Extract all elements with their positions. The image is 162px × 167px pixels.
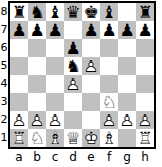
square-f2[interactable]: ♟♙ bbox=[100, 111, 118, 129]
square-e1[interactable]: ♚♔ bbox=[82, 129, 100, 147]
square-c5[interactable] bbox=[46, 57, 64, 75]
file-labels: abcdefgh bbox=[10, 150, 162, 164]
white-r-piece: ♖ bbox=[10, 129, 28, 147]
square-a7[interactable]: ♟ bbox=[10, 21, 28, 39]
square-g1[interactable] bbox=[118, 129, 136, 147]
white-r-piece: ♖ bbox=[136, 129, 154, 147]
white-b-piece-fill: ♝ bbox=[46, 129, 64, 147]
white-p-piece-fill: ♟ bbox=[28, 111, 46, 129]
square-e5[interactable]: ♟♙ bbox=[82, 57, 100, 75]
rank-label-1: 1 bbox=[0, 129, 8, 147]
square-g5[interactable] bbox=[118, 57, 136, 75]
square-g4[interactable] bbox=[118, 75, 136, 93]
white-q-piece-fill: ♛ bbox=[64, 129, 82, 147]
white-p-piece: ♙ bbox=[136, 111, 154, 129]
square-a1[interactable]: ♜♖ bbox=[10, 129, 28, 147]
square-h4[interactable] bbox=[136, 75, 154, 93]
square-b3[interactable] bbox=[28, 93, 46, 111]
square-d7[interactable] bbox=[64, 21, 82, 39]
square-b2[interactable]: ♟♙ bbox=[28, 111, 46, 129]
square-f4[interactable] bbox=[100, 75, 118, 93]
square-d6[interactable]: ♟ bbox=[64, 39, 82, 57]
black-p-piece: ♟ bbox=[118, 21, 136, 39]
file-label-b: b bbox=[28, 150, 46, 164]
rank-label-2: 2 bbox=[0, 111, 8, 129]
square-b4[interactable] bbox=[28, 75, 46, 93]
white-n-piece: ♘ bbox=[28, 129, 46, 147]
white-p-piece-fill: ♟ bbox=[46, 111, 64, 129]
white-p-piece: ♙ bbox=[46, 111, 64, 129]
square-d3[interactable] bbox=[64, 93, 82, 111]
square-g7[interactable]: ♟ bbox=[118, 21, 136, 39]
white-p-piece: ♙ bbox=[82, 57, 100, 75]
square-c2[interactable]: ♟♙ bbox=[46, 111, 64, 129]
black-r-piece: ♜ bbox=[10, 3, 28, 21]
square-e7[interactable]: ♟ bbox=[82, 21, 100, 39]
square-a6[interactable] bbox=[10, 39, 28, 57]
square-g6[interactable] bbox=[118, 39, 136, 57]
square-d8[interactable]: ♛ bbox=[64, 3, 82, 21]
rank-label-7: 7 bbox=[0, 21, 8, 39]
white-p-piece-fill: ♟ bbox=[136, 111, 154, 129]
white-b-piece: ♗ bbox=[46, 129, 64, 147]
square-c3[interactable] bbox=[46, 93, 64, 111]
white-p-piece: ♙ bbox=[28, 111, 46, 129]
square-h7[interactable]: ♟ bbox=[136, 21, 154, 39]
black-p-piece: ♟ bbox=[100, 21, 118, 39]
file-label-c: c bbox=[46, 150, 64, 164]
square-e2[interactable] bbox=[82, 111, 100, 129]
file-label-f: f bbox=[100, 150, 118, 164]
square-b8[interactable]: ♞ bbox=[28, 3, 46, 21]
square-c8[interactable]: ♝ bbox=[46, 3, 64, 21]
square-b1[interactable]: ♞♘ bbox=[28, 129, 46, 147]
black-p-piece: ♟ bbox=[82, 21, 100, 39]
black-k-piece: ♚ bbox=[82, 3, 100, 21]
file-label-e: e bbox=[82, 150, 100, 164]
white-p-piece: ♙ bbox=[118, 111, 136, 129]
black-b-piece: ♝ bbox=[46, 3, 64, 21]
black-p-piece: ♟ bbox=[46, 21, 64, 39]
square-d1[interactable]: ♛♕ bbox=[64, 129, 82, 147]
square-a2[interactable]: ♟♙ bbox=[10, 111, 28, 129]
black-q-piece: ♛ bbox=[64, 3, 82, 21]
square-e8[interactable]: ♚ bbox=[82, 3, 100, 21]
square-e4[interactable] bbox=[82, 75, 100, 93]
square-a5[interactable] bbox=[10, 57, 28, 75]
square-b6[interactable] bbox=[28, 39, 46, 57]
black-r-piece: ♜ bbox=[136, 3, 154, 21]
file-label-d: d bbox=[64, 150, 82, 164]
white-k-piece: ♔ bbox=[82, 129, 100, 147]
square-f3[interactable]: ♞♘ bbox=[100, 93, 118, 111]
rank-labels: 87654321 bbox=[0, 3, 8, 147]
square-h2[interactable]: ♟♙ bbox=[136, 111, 154, 129]
file-label-h: h bbox=[136, 150, 154, 164]
square-f6[interactable] bbox=[100, 39, 118, 57]
black-p-piece: ♟ bbox=[10, 21, 28, 39]
white-b-piece-fill: ♝ bbox=[100, 129, 118, 147]
black-p-piece: ♟ bbox=[136, 21, 154, 39]
square-f1[interactable]: ♝♗ bbox=[100, 129, 118, 147]
square-d5[interactable]: ♞ bbox=[64, 57, 82, 75]
rank-label-3: 3 bbox=[0, 93, 8, 111]
square-g8[interactable] bbox=[118, 3, 136, 21]
white-n-piece-fill: ♞ bbox=[100, 93, 118, 111]
white-p-piece-fill: ♟ bbox=[82, 57, 100, 75]
white-p-piece-fill: ♟ bbox=[64, 75, 82, 93]
square-f7[interactable]: ♟ bbox=[100, 21, 118, 39]
rank-label-5: 5 bbox=[0, 57, 8, 75]
white-p-piece-fill: ♟ bbox=[100, 111, 118, 129]
white-r-piece-fill: ♜ bbox=[10, 129, 28, 147]
chess-board: ♜♞♝♛♚♝♜♟♟♟♟♟♟♟♟♞♟♙♟♙♞♘♟♙♟♙♟♙♟♙♟♙♟♙♜♖♞♘♝♗… bbox=[8, 1, 156, 149]
square-b7[interactable]: ♟ bbox=[28, 21, 46, 39]
chess-diagram: 87654321 ♜♞♝♛♚♝♜♟♟♟♟♟♟♟♟♞♟♙♟♙♞♘♟♙♟♙♟♙♟♙♟… bbox=[0, 0, 162, 167]
square-f8[interactable]: ♝ bbox=[100, 3, 118, 21]
white-r-piece-fill: ♜ bbox=[136, 129, 154, 147]
file-label-a: a bbox=[10, 150, 28, 164]
black-p-piece: ♟ bbox=[64, 39, 82, 57]
black-n-piece: ♞ bbox=[28, 3, 46, 21]
square-a4[interactable] bbox=[10, 75, 28, 93]
square-h6[interactable] bbox=[136, 39, 154, 57]
black-n-piece: ♞ bbox=[64, 57, 82, 75]
square-d4[interactable]: ♟♙ bbox=[64, 75, 82, 93]
white-q-piece: ♕ bbox=[64, 129, 82, 147]
square-a3[interactable] bbox=[10, 93, 28, 111]
square-e6[interactable] bbox=[82, 39, 100, 57]
white-k-piece-fill: ♚ bbox=[82, 129, 100, 147]
white-p-piece-fill: ♟ bbox=[10, 111, 28, 129]
square-f5[interactable] bbox=[100, 57, 118, 75]
square-h3[interactable] bbox=[136, 93, 154, 111]
square-c6[interactable] bbox=[46, 39, 64, 57]
square-c4[interactable] bbox=[46, 75, 64, 93]
white-p-piece: ♙ bbox=[64, 75, 82, 93]
black-b-piece: ♝ bbox=[100, 3, 118, 21]
square-g2[interactable]: ♟♙ bbox=[118, 111, 136, 129]
square-a8[interactable]: ♜ bbox=[10, 3, 28, 21]
square-c1[interactable]: ♝♗ bbox=[46, 129, 64, 147]
rank-label-6: 6 bbox=[0, 39, 8, 57]
white-b-piece: ♗ bbox=[100, 129, 118, 147]
square-g3[interactable] bbox=[118, 93, 136, 111]
square-h8[interactable]: ♜ bbox=[136, 3, 154, 21]
white-p-piece: ♙ bbox=[10, 111, 28, 129]
black-p-piece: ♟ bbox=[28, 21, 46, 39]
rank-label-4: 4 bbox=[0, 75, 8, 93]
rank-label-8: 8 bbox=[0, 3, 8, 21]
white-n-piece: ♘ bbox=[100, 93, 118, 111]
square-c7[interactable]: ♟ bbox=[46, 21, 64, 39]
white-p-piece-fill: ♟ bbox=[118, 111, 136, 129]
square-b5[interactable] bbox=[28, 57, 46, 75]
square-e3[interactable] bbox=[82, 93, 100, 111]
square-d2[interactable] bbox=[64, 111, 82, 129]
white-n-piece-fill: ♞ bbox=[28, 129, 46, 147]
white-p-piece: ♙ bbox=[100, 111, 118, 129]
file-label-g: g bbox=[118, 150, 136, 164]
square-h5[interactable] bbox=[136, 57, 154, 75]
square-h1[interactable]: ♜♖ bbox=[136, 129, 154, 147]
